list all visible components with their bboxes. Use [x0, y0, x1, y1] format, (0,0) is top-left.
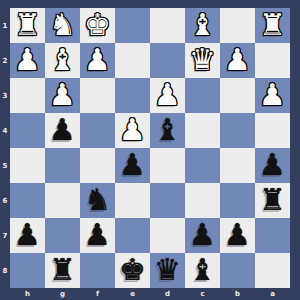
square-b4[interactable] — [220, 113, 255, 148]
square-a2[interactable] — [255, 43, 290, 78]
black-pawn-e5[interactable]: ♟ — [119, 147, 146, 182]
square-b2[interactable]: ♟ — [220, 43, 255, 78]
black-pawn-c7[interactable]: ♟ — [189, 217, 216, 252]
square-h5[interactable] — [10, 148, 45, 183]
square-a4[interactable] — [255, 113, 290, 148]
black-queen-d8[interactable]: ♛ — [154, 252, 181, 287]
square-c1[interactable]: ♝ — [185, 8, 220, 43]
rank-label-2: 2 — [0, 43, 10, 78]
rank-label-6: 6 — [0, 183, 10, 218]
square-b8[interactable] — [220, 253, 255, 288]
square-f8[interactable] — [80, 253, 115, 288]
black-pawn-h7[interactable]: ♟ — [14, 217, 41, 252]
square-h3[interactable] — [10, 78, 45, 113]
white-pawn-b2[interactable]: ♟ — [224, 42, 251, 77]
white-king-f1[interactable]: ♚ — [84, 7, 111, 42]
square-g2[interactable]: ♝ — [45, 43, 80, 78]
file-label-e: e — [115, 288, 150, 300]
square-e2[interactable] — [115, 43, 150, 78]
square-e6[interactable] — [115, 183, 150, 218]
square-h2[interactable]: ♟ — [10, 43, 45, 78]
square-c4[interactable] — [185, 113, 220, 148]
square-e7[interactable] — [115, 218, 150, 253]
square-f4[interactable] — [80, 113, 115, 148]
file-label-a: a — [255, 288, 290, 300]
black-king-e8[interactable]: ♚ — [119, 252, 146, 287]
black-pawn-a5[interactable]: ♟ — [259, 147, 286, 182]
file-label-c: c — [185, 288, 220, 300]
square-f1[interactable]: ♚ — [80, 8, 115, 43]
square-b5[interactable] — [220, 148, 255, 183]
file-label-d: d — [150, 288, 185, 300]
black-knight-f6[interactable]: ♞ — [84, 182, 111, 217]
square-d2[interactable] — [150, 43, 185, 78]
chess-board: ♜♞♚♝♜♟♝♟♛♟♟♟♟♟♟♝♟♟♞♜♟♟♟♟♜♚♛♝ — [10, 8, 290, 288]
square-h7[interactable]: ♟ — [10, 218, 45, 253]
square-e8[interactable]: ♚ — [115, 253, 150, 288]
square-b6[interactable] — [220, 183, 255, 218]
square-g8[interactable]: ♜ — [45, 253, 80, 288]
square-a8[interactable] — [255, 253, 290, 288]
square-h4[interactable] — [10, 113, 45, 148]
square-d3[interactable]: ♟ — [150, 78, 185, 113]
rank-label-1: 1 — [0, 8, 10, 43]
square-e5[interactable]: ♟ — [115, 148, 150, 183]
square-a3[interactable]: ♟ — [255, 78, 290, 113]
square-d1[interactable] — [150, 8, 185, 43]
square-g5[interactable] — [45, 148, 80, 183]
rank-label-4: 4 — [0, 113, 10, 148]
square-g3[interactable]: ♟ — [45, 78, 80, 113]
square-a7[interactable] — [255, 218, 290, 253]
square-b3[interactable] — [220, 78, 255, 113]
square-f6[interactable]: ♞ — [80, 183, 115, 218]
square-g7[interactable] — [45, 218, 80, 253]
black-rook-g8[interactable]: ♜ — [49, 252, 76, 287]
white-bishop-c1[interactable]: ♝ — [189, 7, 216, 42]
square-a5[interactable]: ♟ — [255, 148, 290, 183]
square-f2[interactable]: ♟ — [80, 43, 115, 78]
square-g1[interactable]: ♞ — [45, 8, 80, 43]
square-d6[interactable] — [150, 183, 185, 218]
square-f3[interactable] — [80, 78, 115, 113]
square-d7[interactable] — [150, 218, 185, 253]
square-d5[interactable] — [150, 148, 185, 183]
square-g6[interactable] — [45, 183, 80, 218]
file-label-h: h — [10, 288, 45, 300]
white-pawn-f2[interactable]: ♟ — [84, 42, 111, 77]
square-b7[interactable]: ♟ — [220, 218, 255, 253]
square-e3[interactable] — [115, 78, 150, 113]
square-a6[interactable]: ♜ — [255, 183, 290, 218]
square-c6[interactable] — [185, 183, 220, 218]
square-h8[interactable] — [10, 253, 45, 288]
rank-label-3: 3 — [0, 78, 10, 113]
white-bishop-g2[interactable]: ♝ — [49, 42, 76, 77]
white-pawn-a3[interactable]: ♟ — [259, 77, 286, 112]
white-rook-a1[interactable]: ♜ — [259, 7, 286, 42]
rank-label-7: 7 — [0, 218, 10, 253]
black-rook-a6[interactable]: ♜ — [259, 182, 286, 217]
square-a1[interactable]: ♜ — [255, 8, 290, 43]
square-c2[interactable]: ♛ — [185, 43, 220, 78]
chess-board-frame: ♜♞♚♝♜♟♝♟♛♟♟♟♟♟♟♝♟♟♞♜♟♟♟♟♜♚♛♝ 12345678 hg… — [0, 0, 300, 300]
white-knight-g1[interactable]: ♞ — [49, 7, 76, 42]
square-f7[interactable]: ♟ — [80, 218, 115, 253]
square-h1[interactable]: ♜ — [10, 8, 45, 43]
file-label-f: f — [80, 288, 115, 300]
black-pawn-f7[interactable]: ♟ — [84, 217, 111, 252]
square-c8[interactable]: ♝ — [185, 253, 220, 288]
white-pawn-g3[interactable]: ♟ — [49, 77, 76, 112]
square-d4[interactable]: ♝ — [150, 113, 185, 148]
square-f5[interactable] — [80, 148, 115, 183]
square-h6[interactable] — [10, 183, 45, 218]
file-label-g: g — [45, 288, 80, 300]
white-rook-h1[interactable]: ♜ — [14, 7, 41, 42]
black-bishop-d4[interactable]: ♝ — [154, 112, 181, 147]
square-d8[interactable]: ♛ — [150, 253, 185, 288]
white-pawn-h2[interactable]: ♟ — [14, 42, 41, 77]
black-bishop-c8[interactable]: ♝ — [189, 252, 216, 287]
square-c7[interactable]: ♟ — [185, 218, 220, 253]
black-pawn-b7[interactable]: ♟ — [224, 217, 251, 252]
square-e4[interactable]: ♟ — [115, 113, 150, 148]
rank-label-8: 8 — [0, 253, 10, 288]
white-queen-c2[interactable]: ♛ — [189, 42, 216, 77]
rank-label-5: 5 — [0, 148, 10, 183]
black-pawn-g4[interactable]: ♟ — [49, 112, 76, 147]
square-e1[interactable] — [115, 8, 150, 43]
square-c5[interactable] — [185, 148, 220, 183]
square-g4[interactable]: ♟ — [45, 113, 80, 148]
file-label-b: b — [220, 288, 255, 300]
square-c3[interactable] — [185, 78, 220, 113]
white-pawn-d3[interactable]: ♟ — [154, 77, 181, 112]
square-b1[interactable] — [220, 8, 255, 43]
white-pawn-e4[interactable]: ♟ — [119, 112, 146, 147]
